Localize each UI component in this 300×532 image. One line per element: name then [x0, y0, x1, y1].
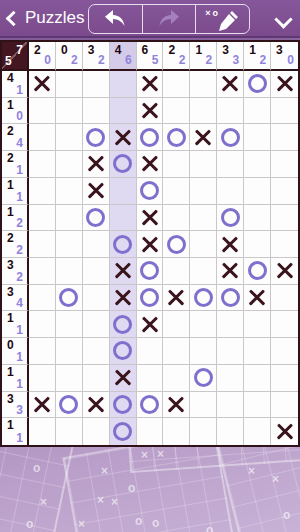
row-clue-9: 34 [2, 285, 29, 312]
x-mark [113, 288, 133, 308]
o-mark [140, 181, 159, 200]
cell-r5c9[interactable] [244, 178, 271, 205]
cell-r6c8[interactable] [217, 205, 244, 232]
clue-o-count: 6 [125, 54, 132, 67]
cell-r7c5[interactable] [137, 231, 164, 258]
cell-r5c3[interactable] [83, 178, 110, 205]
x-mark [193, 127, 213, 147]
cell-r9c8[interactable] [217, 285, 244, 312]
undo-icon [103, 9, 127, 29]
cell-r7c2[interactable] [56, 231, 83, 258]
cell-r7c9[interactable] [244, 231, 271, 258]
clue-x-count: 1 [7, 418, 14, 432]
cell-r8c5[interactable] [137, 258, 164, 285]
cell-r6c9[interactable] [244, 205, 271, 232]
cell-r2c6[interactable] [163, 98, 190, 125]
x-mark [220, 261, 240, 281]
clue-o-count: 0 [44, 54, 51, 67]
cell-r13c1[interactable] [29, 392, 56, 419]
cell-r12c6[interactable] [163, 365, 190, 392]
art-x-glyph: × [248, 464, 255, 478]
o-mark [113, 154, 132, 173]
clue-x-count: 2 [168, 43, 175, 57]
art-o-glyph: o [135, 514, 142, 528]
row-clue-8: 32 [2, 258, 29, 285]
toolbar-button-group: ×o [88, 4, 250, 34]
cell-r7c7[interactable] [190, 231, 217, 258]
cell-r13c8[interactable] [217, 392, 244, 419]
cell-r8c9[interactable] [244, 258, 271, 285]
cell-r2c2[interactable] [56, 98, 83, 125]
clue-o-count: 2 [179, 54, 186, 67]
cell-r3c4[interactable] [110, 124, 137, 151]
cell-r4c2[interactable] [56, 151, 83, 178]
cell-r14c8[interactable] [217, 418, 244, 445]
cell-r10c10[interactable] [271, 311, 298, 338]
cell-r12c10[interactable] [271, 365, 298, 392]
cell-r11c1[interactable] [29, 338, 56, 365]
cell-r6c2[interactable] [56, 205, 83, 232]
clue-x-count: 1 [7, 178, 14, 192]
cell-r14c6[interactable] [163, 418, 190, 445]
cell-r1c6[interactable] [163, 71, 190, 98]
cell-r9c3[interactable] [83, 285, 110, 312]
row-clue-4: 21 [2, 151, 29, 178]
x-mark [113, 368, 133, 388]
cell-r6c1[interactable] [29, 205, 56, 232]
o-mark [194, 288, 213, 307]
o-mark [113, 422, 132, 441]
cell-r8c8[interactable] [217, 258, 244, 285]
cell-r10c6[interactable] [163, 311, 190, 338]
o-mark [140, 128, 159, 147]
row-clue-6: 12 [2, 205, 29, 232]
cell-r14c1[interactable] [29, 418, 56, 445]
cell-r12c2[interactable] [56, 365, 83, 392]
cell-r13c5[interactable] [137, 392, 164, 419]
cell-r11c5[interactable] [137, 338, 164, 365]
puzzle-board: 7520023246652212331230411024211112223234… [0, 40, 300, 447]
cell-r10c7[interactable] [190, 311, 217, 338]
cell-r3c3[interactable] [83, 124, 110, 151]
cell-r4c4[interactable] [110, 151, 137, 178]
cell-r5c6[interactable] [163, 178, 190, 205]
clue-o-count: 2 [206, 54, 213, 67]
clue-o-count: 1 [16, 378, 23, 391]
cell-r9c10[interactable] [271, 285, 298, 312]
clue-x-count: 0 [61, 43, 68, 57]
cell-r14c5[interactable] [137, 418, 164, 445]
cell-r3c2[interactable] [56, 124, 83, 151]
x-mark [113, 127, 133, 147]
pencil-marks-xo-label: ×o [205, 8, 220, 18]
x-mark [140, 74, 160, 94]
cell-r7c6[interactable] [163, 231, 190, 258]
o-mark [140, 288, 159, 307]
cell-r7c3[interactable] [83, 231, 110, 258]
cell-r9c9[interactable] [244, 285, 271, 312]
cell-r3c6[interactable] [163, 124, 190, 151]
o-mark [86, 208, 105, 227]
cell-r4c9[interactable] [244, 151, 271, 178]
cell-r13c9[interactable] [244, 392, 271, 419]
clue-x-count: 0 [7, 338, 14, 352]
art-x-glyph: × [111, 495, 118, 509]
cell-r14c2[interactable] [56, 418, 83, 445]
cell-r3c1[interactable] [29, 124, 56, 151]
back-button[interactable]: Puzzles [8, 8, 85, 28]
cell-r9c6[interactable] [163, 285, 190, 312]
clue-o-count: 3 [16, 404, 23, 417]
cell-r13c2[interactable] [56, 392, 83, 419]
art-x-glyph: × [157, 447, 164, 461]
cell-r8c1[interactable] [29, 258, 56, 285]
x-mark [275, 422, 295, 442]
cell-r4c1[interactable] [29, 151, 56, 178]
clue-o-count: 2 [16, 217, 23, 230]
col-clue-9: 12 [244, 42, 271, 71]
clue-o-count: 1 [16, 191, 23, 204]
clue-o-count: 0 [287, 54, 294, 67]
col-clue-5: 65 [137, 42, 164, 71]
cell-r10c5[interactable] [137, 311, 164, 338]
clue-o-count: 1 [16, 164, 23, 177]
clue-o-count: 1 [16, 84, 23, 97]
redo-button[interactable] [142, 5, 196, 33]
clue-o-count: 4 [16, 137, 23, 150]
cell-r13c4[interactable] [110, 392, 137, 419]
corner-bottom-value: 5 [5, 54, 12, 68]
o-mark [140, 395, 159, 414]
cell-r9c5[interactable] [137, 285, 164, 312]
cell-r12c7[interactable] [190, 365, 217, 392]
cell-r8c7[interactable] [190, 258, 217, 285]
art-o-glyph: o [26, 517, 33, 531]
cell-r10c8[interactable] [217, 311, 244, 338]
row-clue-3: 24 [2, 124, 29, 151]
background-art: o×o×o×××oo××××oo [0, 447, 300, 532]
clue-x-count: 1 [7, 98, 14, 112]
x-mark [275, 261, 295, 281]
o-mark [221, 288, 240, 307]
o-mark [167, 128, 186, 147]
cell-r14c3[interactable] [83, 418, 110, 445]
clue-x-count: 3 [276, 43, 283, 57]
col-clue-6: 22 [163, 42, 190, 71]
cell-r11c6[interactable] [163, 338, 190, 365]
clue-x-count: 2 [7, 231, 14, 245]
x-mark [166, 288, 186, 308]
cell-r6c3[interactable] [83, 205, 110, 232]
cell-r3c10[interactable] [271, 124, 298, 151]
cell-r3c5[interactable] [137, 124, 164, 151]
cell-r2c10[interactable] [271, 98, 298, 125]
cell-r10c1[interactable] [29, 311, 56, 338]
clue-x-count: 2 [7, 124, 14, 138]
back-button-label: Puzzles [25, 8, 85, 28]
x-mark [86, 394, 106, 414]
cell-r11c2[interactable] [56, 338, 83, 365]
cell-r13c6[interactable] [163, 392, 190, 419]
cell-r11c10[interactable] [271, 338, 298, 365]
clue-x-count: 1 [195, 43, 202, 57]
cell-r2c4[interactable] [110, 98, 137, 125]
cell-r2c7[interactable] [190, 98, 217, 125]
cell-r12c4[interactable] [110, 365, 137, 392]
col-clue-4: 46 [110, 42, 137, 71]
cell-r6c7[interactable] [190, 205, 217, 232]
clue-x-count: 1 [7, 205, 14, 219]
row-clue-14: 11 [2, 418, 29, 445]
cell-r12c3[interactable] [83, 365, 110, 392]
col-clue-7: 12 [190, 42, 217, 71]
row-clue-10: 11 [2, 311, 29, 338]
cell-r11c4[interactable] [110, 338, 137, 365]
cell-r1c8[interactable] [217, 71, 244, 98]
x-mark [86, 154, 106, 174]
cell-r6c4[interactable] [110, 205, 137, 232]
x-mark [220, 74, 240, 94]
art-x-glyph: × [101, 464, 108, 478]
clue-x-count: 1 [7, 365, 14, 379]
undo-button[interactable] [89, 5, 142, 33]
cell-r5c5[interactable] [137, 178, 164, 205]
cell-r1c3[interactable] [83, 71, 110, 98]
cell-r4c6[interactable] [163, 151, 190, 178]
cell-r8c6[interactable] [163, 258, 190, 285]
x-mark [220, 234, 240, 254]
o-mark [113, 341, 132, 360]
cell-r1c9[interactable] [244, 71, 271, 98]
cell-r13c7[interactable] [190, 392, 217, 419]
cell-r1c1[interactable] [29, 71, 56, 98]
clue-o-count: 2 [16, 271, 23, 284]
cell-r3c8[interactable] [217, 124, 244, 151]
cell-r13c10[interactable] [271, 392, 298, 419]
cell-r4c3[interactable] [83, 151, 110, 178]
col-clue-2: 02 [56, 42, 83, 71]
row-clue-13: 33 [2, 392, 29, 419]
x-mark [140, 154, 160, 174]
cell-r12c5[interactable] [137, 365, 164, 392]
app-screen: Puzzles ×o 75200232466522123312304 [0, 0, 300, 532]
cell-r8c3[interactable] [83, 258, 110, 285]
art-x-glyph: × [272, 472, 279, 486]
corner-clue-cell: 75 [2, 42, 29, 71]
cell-r5c8[interactable] [217, 178, 244, 205]
cell-r9c1[interactable] [29, 285, 56, 312]
clue-o-count: 4 [16, 297, 23, 310]
clue-o-count: 2 [71, 54, 78, 67]
col-clue-8: 33 [217, 42, 244, 71]
art-x-glyph: × [97, 493, 104, 507]
cell-r14c4[interactable] [110, 418, 137, 445]
o-mark [248, 74, 267, 93]
col-clue-1: 20 [29, 42, 56, 71]
o-mark [248, 261, 267, 280]
art-x-glyph: × [78, 517, 85, 531]
cell-r1c7[interactable] [190, 71, 217, 98]
row-clue-5: 11 [2, 178, 29, 205]
cell-r5c1[interactable] [29, 178, 56, 205]
row-clue-2: 10 [2, 98, 29, 125]
clue-x-count: 4 [115, 43, 122, 57]
cell-r3c9[interactable] [244, 124, 271, 151]
redo-icon [157, 9, 181, 29]
cell-r11c3[interactable] [83, 338, 110, 365]
o-mark [113, 315, 132, 334]
art-o-glyph: o [283, 508, 290, 522]
x-mark [32, 394, 52, 414]
col-clue-10: 30 [271, 42, 298, 71]
clue-o-count: 5 [152, 54, 159, 67]
art-o-glyph: o [128, 481, 135, 495]
o-mark [221, 208, 240, 227]
clue-o-count: 2 [259, 54, 266, 67]
cell-r10c2[interactable] [56, 311, 83, 338]
cell-r14c9[interactable] [244, 418, 271, 445]
cell-r10c4[interactable] [110, 311, 137, 338]
cell-r6c10[interactable] [271, 205, 298, 232]
clue-o-count: 0 [16, 110, 23, 123]
clue-o-count: 2 [98, 54, 105, 67]
x-mark [140, 207, 160, 227]
cell-r9c4[interactable] [110, 285, 137, 312]
o-mark [59, 288, 78, 307]
cell-r8c2[interactable] [56, 258, 83, 285]
corner-top-value: 7 [16, 43, 23, 57]
cell-r6c5[interactable] [137, 205, 164, 232]
clue-x-count: 2 [34, 43, 41, 57]
navigation-bar: Puzzles ×o [0, 0, 300, 38]
cell-r9c2[interactable] [56, 285, 83, 312]
clue-x-count: 3 [88, 43, 95, 57]
cell-r5c2[interactable] [56, 178, 83, 205]
art-x-glyph: × [40, 495, 47, 509]
art-x-glyph: × [141, 448, 148, 462]
cell-r12c9[interactable] [244, 365, 271, 392]
cell-r11c7[interactable] [190, 338, 217, 365]
cell-r10c9[interactable] [244, 311, 271, 338]
cell-r14c7[interactable] [190, 418, 217, 445]
art-o-glyph: o [152, 516, 159, 530]
cell-r7c1[interactable] [29, 231, 56, 258]
cell-r7c10[interactable] [271, 231, 298, 258]
x-mark [86, 181, 106, 201]
cell-r8c10[interactable] [271, 258, 298, 285]
cell-r13c3[interactable] [83, 392, 110, 419]
cell-r9c7[interactable] [190, 285, 217, 312]
cell-r4c8[interactable] [217, 151, 244, 178]
cell-r1c4[interactable] [110, 71, 137, 98]
cell-r8c4[interactable] [110, 258, 137, 285]
clue-x-count: 4 [7, 71, 14, 85]
back-chevron-icon [6, 10, 22, 26]
x-mark [140, 314, 160, 334]
x-mark [275, 74, 295, 94]
cell-r4c7[interactable] [190, 151, 217, 178]
o-mark [113, 395, 132, 414]
cell-r2c9[interactable] [244, 98, 271, 125]
pencil-marks-button[interactable]: ×o [195, 5, 249, 33]
o-mark [167, 235, 186, 254]
cell-r14c10[interactable] [271, 418, 298, 445]
cell-r10c3[interactable] [83, 311, 110, 338]
x-mark [140, 101, 160, 121]
cell-r2c3[interactable] [83, 98, 110, 125]
clue-o-count: 1 [16, 324, 23, 337]
clue-x-count: 1 [249, 43, 256, 57]
x-mark [140, 234, 160, 254]
cell-r7c4[interactable] [110, 231, 137, 258]
cell-r1c5[interactable] [137, 71, 164, 98]
x-mark [247, 288, 267, 308]
cell-r2c5[interactable] [137, 98, 164, 125]
clue-o-count: 3 [233, 54, 240, 67]
cell-r1c10[interactable] [271, 71, 298, 98]
cell-r6c6[interactable] [163, 205, 190, 232]
clue-o-count: 2 [16, 244, 23, 257]
o-mark [221, 128, 240, 147]
cell-r11c9[interactable] [244, 338, 271, 365]
clue-x-count: 6 [142, 43, 149, 57]
cell-r5c7[interactable] [190, 178, 217, 205]
x-mark [32, 74, 52, 94]
o-mark [113, 235, 132, 254]
cell-r7c8[interactable] [217, 231, 244, 258]
x-mark [166, 394, 186, 414]
x-mark [113, 261, 133, 281]
art-o-glyph: o [33, 461, 40, 475]
cell-r12c8[interactable] [217, 365, 244, 392]
o-mark [140, 261, 159, 280]
art-o-glyph: o [206, 523, 213, 532]
clue-x-count: 2 [7, 151, 14, 165]
row-clue-12: 11 [2, 365, 29, 392]
collapse-chevron-down-icon[interactable] [276, 12, 290, 26]
o-mark [86, 128, 105, 147]
cell-r5c4[interactable] [110, 178, 137, 205]
cell-r5c10[interactable] [271, 178, 298, 205]
cell-r11c8[interactable] [217, 338, 244, 365]
cell-r2c8[interactable] [217, 98, 244, 125]
cell-r2c1[interactable] [29, 98, 56, 125]
o-mark [59, 395, 78, 414]
row-clue-11: 01 [2, 338, 29, 365]
cell-r3c7[interactable] [190, 124, 217, 151]
col-clue-3: 32 [83, 42, 110, 71]
clue-x-count: 3 [7, 285, 14, 299]
clue-x-count: 1 [7, 311, 14, 325]
clue-o-count: 1 [16, 432, 23, 445]
clue-x-count: 3 [7, 258, 14, 272]
clue-x-count: 3 [7, 392, 14, 406]
row-clue-7: 22 [2, 231, 29, 258]
cell-r4c5[interactable] [137, 151, 164, 178]
clue-x-count: 3 [222, 43, 229, 57]
clue-o-count: 1 [16, 351, 23, 364]
o-mark [194, 368, 213, 387]
cell-r12c1[interactable] [29, 365, 56, 392]
row-clue-1: 41 [2, 71, 29, 98]
cell-r4c10[interactable] [271, 151, 298, 178]
cell-r1c2[interactable] [56, 71, 83, 98]
